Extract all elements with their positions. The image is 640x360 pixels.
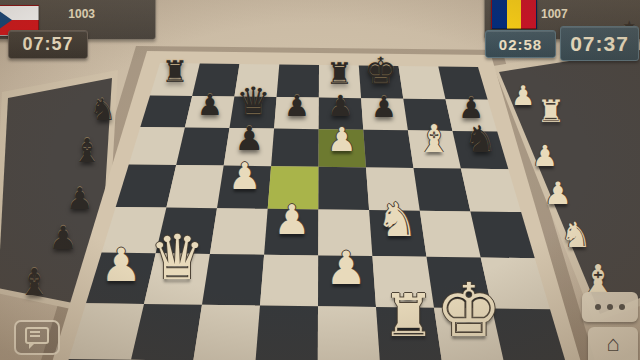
chat-bubble-icon (25, 327, 49, 344)
piece-c6-black-pawn[interactable]: ♟ (235, 122, 265, 155)
piece-b7-black-pawn[interactable]: ♟ (197, 91, 223, 120)
piece-f7-black-pawn[interactable]: ♟ (371, 93, 397, 122)
captured-white-pawn: ♟ (544, 178, 572, 209)
piece-a3-white-pawn[interactable]: ♟ (101, 242, 142, 288)
black-move-timer: 02:58 (485, 30, 556, 58)
square-b6[interactable] (176, 128, 229, 166)
piece-d7-black-pawn[interactable]: ♟ (284, 92, 310, 121)
captured-black-knight: ♞ (90, 95, 117, 125)
captured-black-pawn: ♟ (67, 184, 94, 214)
square-g4[interactable] (420, 211, 481, 258)
piece-f8-black-king[interactable]: ♚ (364, 53, 397, 90)
dot-icon (607, 304, 613, 310)
square-d6[interactable] (271, 129, 319, 167)
captured-black-bishop: ♝ (72, 134, 102, 167)
piece-g6-white-bishop[interactable]: ♝ (417, 120, 451, 158)
square-f6[interactable] (363, 130, 413, 168)
piece-f2-white-rook[interactable]: ♜ (382, 287, 435, 346)
piece-d4-white-pawn[interactable]: ♟ (274, 200, 311, 241)
piece-g2-white-king[interactable]: ♚ (436, 273, 502, 347)
piece-a8-black-rook[interactable]: ♜ (162, 57, 189, 87)
piece-b3-white-queen[interactable]: ♛ (150, 227, 206, 289)
black-clock: 07:37 (560, 26, 639, 61)
dot-icon (595, 304, 601, 310)
captured-white-pawn: ♟ (532, 142, 558, 171)
player-rating-white: 1003 (68, 7, 95, 21)
piece-e6-white-pawn[interactable]: ♟ (327, 123, 357, 156)
more-options-button[interactable] (582, 292, 638, 322)
piece-e8-black-rook[interactable]: ♜ (326, 59, 353, 89)
square-g5[interactable] (414, 168, 471, 211)
captured-black-pawn: ♟ (49, 222, 78, 254)
captured-black-bishop: ♝ (17, 264, 50, 301)
piece-c7-black-queen[interactable]: ♛ (236, 82, 271, 121)
captured-white-rook: ♜ (537, 96, 565, 127)
square-b5[interactable] (166, 165, 223, 208)
square-c4[interactable] (210, 208, 268, 255)
romania-flag-icon (491, 0, 537, 29)
square-d3[interactable] (260, 255, 318, 307)
piece-e3-white-pawn[interactable]: ♟ (326, 245, 367, 291)
square-g8[interactable] (399, 66, 446, 99)
square-c2[interactable] (193, 305, 260, 360)
player-rating-black: 1007 (541, 7, 568, 21)
game-screen: ♜♜♚♟♛♟♟♟♟♟♞♟♝♟♟♞♟♛♟♜♚♞♝♟♟♝♟♜♟♟♞♝ Tosunay… (0, 0, 640, 360)
piece-e7-black-pawn[interactable]: ♟ (328, 92, 354, 121)
chat-button[interactable] (14, 320, 60, 355)
square-e2[interactable] (318, 306, 380, 360)
square-d2[interactable] (256, 306, 319, 360)
captured-white-pawn: ♟ (511, 82, 535, 109)
dot-icon (619, 304, 625, 310)
white-clock: 07:57 (8, 30, 88, 59)
piece-h6-black-knight[interactable]: ♞ (464, 121, 497, 158)
home-button[interactable]: ⌂ (588, 327, 638, 360)
square-c3[interactable] (202, 254, 264, 306)
captured-white-knight: ♞ (560, 218, 591, 253)
piece-f4-white-knight[interactable]: ♞ (376, 196, 418, 243)
square-e5[interactable] (318, 167, 369, 210)
piece-c5-white-pawn[interactable]: ♟ (228, 159, 261, 196)
